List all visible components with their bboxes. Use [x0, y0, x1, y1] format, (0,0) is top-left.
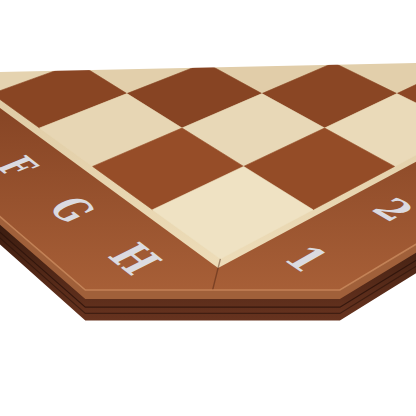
- product-photo-canvas: ABCDEFGH12345678: [0, 0, 416, 416]
- photo-crop-background: [0, 0, 416, 72]
- chessboard-corner-photo: ABCDEFGH12345678: [0, 0, 416, 416]
